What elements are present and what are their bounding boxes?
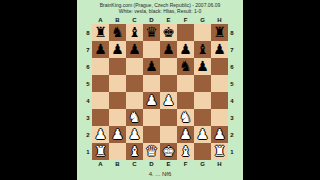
square-d8: ♛ <box>143 24 160 41</box>
rank-label-left-1: 1 <box>84 143 92 160</box>
white-pawn: ♟ <box>179 126 192 143</box>
black-rook: ♜ <box>213 24 226 41</box>
square-c5 <box>126 75 143 92</box>
square-a1: ♜ <box>92 143 109 160</box>
white-queen: ♛ <box>145 143 158 160</box>
square-g6: ♟ <box>194 58 211 75</box>
file-label-top-d: D <box>143 16 160 24</box>
square-e6 <box>160 58 177 75</box>
square-a5 <box>92 75 109 92</box>
black-knight: ♞ <box>179 58 192 75</box>
rank-label-left-5: 5 <box>84 75 92 92</box>
square-a3 <box>92 109 109 126</box>
black-pawn: ♟ <box>162 41 175 58</box>
black-pawn: ♟ <box>94 41 107 58</box>
white-rook: ♜ <box>94 143 107 160</box>
square-a7: ♟ <box>92 41 109 58</box>
black-rook: ♜ <box>94 24 107 41</box>
corner-bottom-right <box>228 160 236 168</box>
square-e3 <box>160 109 177 126</box>
white-bishop: ♝ <box>179 143 192 160</box>
square-b5 <box>109 75 126 92</box>
square-f1: ♝ <box>177 143 194 160</box>
square-a8: ♜ <box>92 24 109 41</box>
rank-label-left-8: 8 <box>84 24 92 41</box>
square-e8: ♚ <box>160 24 177 41</box>
white-bishop: ♝ <box>128 143 141 160</box>
square-h6 <box>211 58 228 75</box>
square-g5 <box>194 75 211 92</box>
square-c7: ♟ <box>126 41 143 58</box>
chess-board-wrapper: ABCDEFGH8♜♞♝♛♚♜87♟♟♟♟♟♝♟76♟♞♟6554♟♟43♞♞3… <box>84 16 236 168</box>
black-queen: ♛ <box>145 24 158 41</box>
black-bishop: ♝ <box>196 41 209 58</box>
square-b4 <box>109 92 126 109</box>
square-d4: ♟ <box>143 92 160 109</box>
players-result-line: White: vesla, black: Hlias, Result: 1-0 <box>119 8 202 14</box>
square-b6 <box>109 58 126 75</box>
white-pawn: ♟ <box>111 126 124 143</box>
rank-label-left-4: 4 <box>84 92 92 109</box>
square-f7: ♟ <box>177 41 194 58</box>
square-d5 <box>143 75 160 92</box>
rank-label-right-3: 3 <box>228 109 236 126</box>
square-c6 <box>126 58 143 75</box>
square-b7: ♟ <box>109 41 126 58</box>
square-e5 <box>160 75 177 92</box>
file-label-bottom-a: A <box>92 160 109 168</box>
file-label-top-g: G <box>194 16 211 24</box>
square-a4 <box>92 92 109 109</box>
square-h1: ♜ <box>211 143 228 160</box>
black-pawn: ♟ <box>111 41 124 58</box>
rank-label-right-2: 2 <box>228 126 236 143</box>
square-f3: ♞ <box>177 109 194 126</box>
file-label-bottom-f: F <box>177 160 194 168</box>
rank-label-right-6: 6 <box>228 58 236 75</box>
square-b1 <box>109 143 126 160</box>
square-c3: ♞ <box>126 109 143 126</box>
white-king: ♚ <box>162 143 175 160</box>
square-e1: ♚ <box>160 143 177 160</box>
file-label-top-a: A <box>92 16 109 24</box>
diagram-panel: BrainKing.com (Prague, Czech Republic) -… <box>77 0 243 180</box>
rank-label-right-5: 5 <box>228 75 236 92</box>
square-g7: ♝ <box>194 41 211 58</box>
square-h2: ♟ <box>211 126 228 143</box>
rank-label-left-7: 7 <box>84 41 92 58</box>
square-a6 <box>92 58 109 75</box>
white-pawn: ♟ <box>213 126 226 143</box>
square-d1: ♛ <box>143 143 160 160</box>
rank-label-right-1: 1 <box>228 143 236 160</box>
white-pawn: ♟ <box>196 126 209 143</box>
black-pawn: ♟ <box>128 41 141 58</box>
file-label-top-h: H <box>211 16 228 24</box>
square-e4: ♟ <box>160 92 177 109</box>
square-d6: ♟ <box>143 58 160 75</box>
file-label-top-e: E <box>160 16 177 24</box>
file-label-top-b: B <box>109 16 126 24</box>
square-h3 <box>211 109 228 126</box>
rank-label-left-3: 3 <box>84 109 92 126</box>
square-h7: ♟ <box>211 41 228 58</box>
file-label-bottom-b: B <box>109 160 126 168</box>
square-h5 <box>211 75 228 92</box>
square-h4 <box>211 92 228 109</box>
rank-label-right-7: 7 <box>228 41 236 58</box>
square-g8 <box>194 24 211 41</box>
file-label-bottom-d: D <box>143 160 160 168</box>
square-e7: ♟ <box>160 41 177 58</box>
square-g4 <box>194 92 211 109</box>
rank-label-left-2: 2 <box>84 126 92 143</box>
black-pawn: ♟ <box>196 58 209 75</box>
square-d3 <box>143 109 160 126</box>
file-label-bottom-e: E <box>160 160 177 168</box>
file-label-top-c: C <box>126 16 143 24</box>
black-pawn: ♟ <box>145 58 158 75</box>
white-pawn: ♟ <box>145 92 158 109</box>
white-pawn: ♟ <box>128 126 141 143</box>
white-pawn: ♟ <box>162 92 175 109</box>
square-g2: ♟ <box>194 126 211 143</box>
white-knight: ♞ <box>179 109 192 126</box>
square-f2: ♟ <box>177 126 194 143</box>
black-king: ♚ <box>162 24 175 41</box>
square-c4 <box>126 92 143 109</box>
square-f4 <box>177 92 194 109</box>
square-g1 <box>194 143 211 160</box>
square-c8: ♝ <box>126 24 143 41</box>
rank-label-right-8: 8 <box>228 24 236 41</box>
square-b2: ♟ <box>109 126 126 143</box>
square-c2: ♟ <box>126 126 143 143</box>
square-f8 <box>177 24 194 41</box>
square-a2: ♟ <box>92 126 109 143</box>
square-f6: ♞ <box>177 58 194 75</box>
square-b8: ♞ <box>109 24 126 41</box>
file-label-bottom-g: G <box>194 160 211 168</box>
square-c1: ♝ <box>126 143 143 160</box>
black-pawn: ♟ <box>213 41 226 58</box>
square-d2 <box>143 126 160 143</box>
move-caption: 4. ... Nf6 <box>149 171 172 178</box>
corner-bottom-left <box>84 160 92 168</box>
black-pawn: ♟ <box>179 41 192 58</box>
rank-label-right-4: 4 <box>228 92 236 109</box>
corner-top-left <box>84 16 92 24</box>
square-g3 <box>194 109 211 126</box>
square-b3 <box>109 109 126 126</box>
corner-top-right <box>228 16 236 24</box>
rank-label-left-6: 6 <box>84 58 92 75</box>
square-h8: ♜ <box>211 24 228 41</box>
chess-board: ABCDEFGH8♜♞♝♛♚♜87♟♟♟♟♟♝♟76♟♞♟6554♟♟43♞♞3… <box>84 16 236 168</box>
file-label-bottom-c: C <box>126 160 143 168</box>
white-pawn: ♟ <box>94 126 107 143</box>
file-label-bottom-h: H <box>211 160 228 168</box>
square-d7 <box>143 41 160 58</box>
black-knight: ♞ <box>111 24 124 41</box>
black-bishop: ♝ <box>128 24 141 41</box>
square-e2 <box>160 126 177 143</box>
file-label-top-f: F <box>177 16 194 24</box>
white-knight: ♞ <box>128 109 141 126</box>
white-rook: ♜ <box>213 143 226 160</box>
square-f5 <box>177 75 194 92</box>
